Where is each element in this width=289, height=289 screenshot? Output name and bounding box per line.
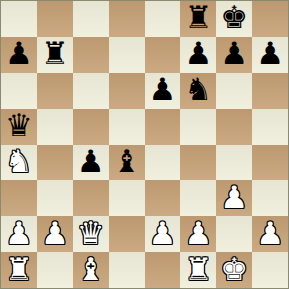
square-f2[interactable]: ♟ [180,216,216,252]
square-e8[interactable] [145,1,181,37]
square-a4[interactable]: ♞ [1,145,37,181]
square-f3[interactable] [180,180,216,216]
square-e1[interactable] [145,252,181,288]
square-c5[interactable] [73,109,109,145]
piece-black-pawn[interactable]: ♟ [256,38,284,69]
square-b8[interactable] [37,1,73,37]
square-e2[interactable]: ♟ [145,216,181,252]
square-b3[interactable] [37,180,73,216]
square-g1[interactable]: ♚ [216,252,252,288]
piece-white-pawn[interactable]: ♟ [184,218,212,249]
piece-black-king[interactable]: ♚ [220,2,248,33]
piece-white-pawn[interactable]: ♟ [220,182,248,213]
square-g5[interactable] [216,109,252,145]
square-e5[interactable] [145,109,181,145]
square-c2[interactable]: ♛ [73,216,109,252]
square-a5[interactable]: ♛ [1,109,37,145]
piece-black-queen[interactable]: ♛ [5,110,33,141]
square-e4[interactable] [145,145,181,181]
square-d8[interactable] [109,1,145,37]
square-a7[interactable]: ♟ [1,37,37,73]
piece-white-rook[interactable]: ♜ [5,254,33,285]
piece-black-pawn[interactable]: ♟ [77,146,105,177]
square-b2[interactable]: ♟ [37,216,73,252]
square-b4[interactable] [37,145,73,181]
piece-white-pawn[interactable]: ♟ [256,218,284,249]
square-h7[interactable]: ♟ [252,37,288,73]
piece-black-pawn[interactable]: ♟ [5,38,33,69]
square-a3[interactable] [1,180,37,216]
square-h1[interactable] [252,252,288,288]
piece-white-king[interactable]: ♚ [220,254,248,285]
square-d4[interactable]: ♝ [109,145,145,181]
square-e6[interactable]: ♟ [145,73,181,109]
piece-black-rook[interactable]: ♜ [41,38,69,69]
square-e3[interactable] [145,180,181,216]
piece-white-knight[interactable]: ♞ [5,146,33,177]
square-b7[interactable]: ♜ [37,37,73,73]
square-d7[interactable] [109,37,145,73]
square-c7[interactable] [73,37,109,73]
square-d2[interactable] [109,216,145,252]
square-b1[interactable] [37,252,73,288]
square-a6[interactable] [1,73,37,109]
square-c8[interactable] [73,1,109,37]
square-b5[interactable] [37,109,73,145]
square-e7[interactable] [145,37,181,73]
piece-black-pawn[interactable]: ♟ [149,74,177,105]
square-d6[interactable] [109,73,145,109]
square-h6[interactable] [252,73,288,109]
piece-black-pawn[interactable]: ♟ [220,38,248,69]
square-c4[interactable]: ♟ [73,145,109,181]
square-f1[interactable]: ♜ [180,252,216,288]
square-b6[interactable] [37,73,73,109]
piece-black-pawn[interactable]: ♟ [184,38,212,69]
square-g3[interactable]: ♟ [216,180,252,216]
square-g6[interactable] [216,73,252,109]
square-c6[interactable] [73,73,109,109]
square-c1[interactable]: ♝ [73,252,109,288]
square-h5[interactable] [252,109,288,145]
square-f7[interactable]: ♟ [180,37,216,73]
piece-white-pawn[interactable]: ♟ [5,218,33,249]
square-h8[interactable] [252,1,288,37]
piece-white-queen[interactable]: ♛ [77,218,105,249]
square-h2[interactable]: ♟ [252,216,288,252]
square-f8[interactable]: ♜ [180,1,216,37]
square-f6[interactable]: ♞ [180,73,216,109]
square-h4[interactable] [252,145,288,181]
square-f4[interactable] [180,145,216,181]
piece-black-bishop[interactable]: ♝ [113,146,141,177]
piece-black-rook[interactable]: ♜ [184,2,212,33]
square-c3[interactable] [73,180,109,216]
piece-white-pawn[interactable]: ♟ [41,218,69,249]
square-d3[interactable] [109,180,145,216]
square-a2[interactable]: ♟ [1,216,37,252]
square-a8[interactable] [1,1,37,37]
piece-white-pawn[interactable]: ♟ [149,218,177,249]
square-h3[interactable] [252,180,288,216]
square-d5[interactable] [109,109,145,145]
square-a1[interactable]: ♜ [1,252,37,288]
chess-board: ♜♚♟♜♟♟♟♟♞♛♞♟♝♟♟♟♛♟♟♟♜♝♜♚ [0,0,289,289]
square-f5[interactable] [180,109,216,145]
piece-black-knight[interactable]: ♞ [184,74,212,105]
square-g4[interactable] [216,145,252,181]
square-g8[interactable]: ♚ [216,1,252,37]
square-d1[interactable] [109,252,145,288]
piece-white-bishop[interactable]: ♝ [77,254,105,285]
square-g2[interactable] [216,216,252,252]
square-g7[interactable]: ♟ [216,37,252,73]
piece-white-rook[interactable]: ♜ [184,254,212,285]
